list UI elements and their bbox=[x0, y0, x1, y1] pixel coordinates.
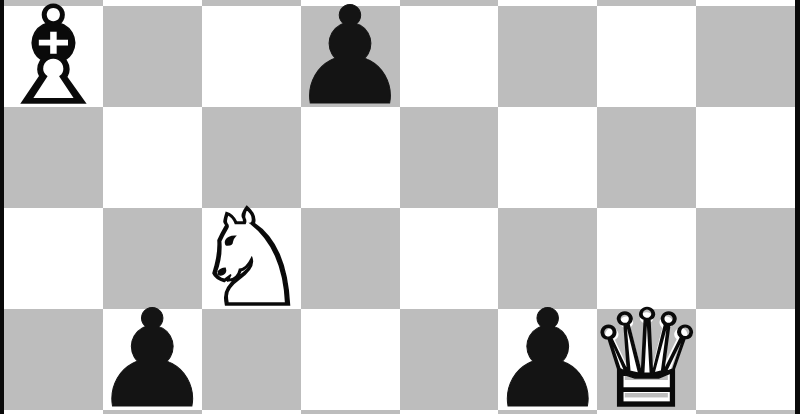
square-e2[interactable] bbox=[400, 410, 499, 414]
square-a2[interactable] bbox=[4, 410, 103, 414]
square-b2[interactable] bbox=[103, 410, 202, 414]
square-b3[interactable]: ♟ bbox=[103, 309, 202, 410]
black-pawn-piece: ♟ bbox=[103, 309, 202, 410]
board-grid: ♝♗♟♞♘♟♟♛♕ bbox=[4, 0, 795, 414]
white-bishop-outline: ♗ bbox=[4, 6, 103, 107]
square-h5[interactable] bbox=[696, 107, 795, 208]
square-c3[interactable] bbox=[202, 309, 301, 410]
black-pawn-glyph: ♟ bbox=[103, 309, 202, 410]
chessboard-crop-viewport: ♝♗♟♞♘♟♟♛♕ bbox=[0, 0, 800, 414]
black-pawn-piece: ♟ bbox=[498, 309, 597, 410]
square-c6[interactable] bbox=[202, 6, 301, 107]
square-e6[interactable] bbox=[400, 6, 499, 107]
square-f3[interactable]: ♟ bbox=[498, 309, 597, 410]
board-border-left bbox=[0, 0, 4, 414]
square-d6[interactable]: ♟ bbox=[301, 6, 400, 107]
square-g6[interactable] bbox=[597, 6, 696, 107]
square-g3[interactable]: ♛♕ bbox=[597, 309, 696, 410]
square-g2[interactable] bbox=[597, 410, 696, 414]
black-pawn-piece: ♟ bbox=[301, 6, 400, 107]
white-queen-piece: ♛♕ bbox=[597, 309, 696, 410]
square-e4[interactable] bbox=[400, 208, 499, 309]
square-a4[interactable] bbox=[4, 208, 103, 309]
square-b5[interactable] bbox=[103, 107, 202, 208]
square-e3[interactable] bbox=[400, 309, 499, 410]
square-e5[interactable] bbox=[400, 107, 499, 208]
white-knight-piece: ♞♘ bbox=[202, 208, 301, 309]
square-h2[interactable] bbox=[696, 410, 795, 414]
square-d3[interactable] bbox=[301, 309, 400, 410]
square-b6[interactable] bbox=[103, 6, 202, 107]
square-f5[interactable] bbox=[498, 107, 597, 208]
black-pawn-glyph: ♟ bbox=[498, 309, 597, 410]
square-a5[interactable] bbox=[4, 107, 103, 208]
square-d2[interactable] bbox=[301, 410, 400, 414]
black-pawn-glyph: ♟ bbox=[301, 6, 400, 107]
white-queen-outline: ♕ bbox=[597, 309, 696, 410]
board-border-right bbox=[795, 0, 800, 414]
square-a6[interactable]: ♝♗ bbox=[4, 6, 103, 107]
square-h3[interactable] bbox=[696, 309, 795, 410]
square-h6[interactable] bbox=[696, 6, 795, 107]
square-d5[interactable] bbox=[301, 107, 400, 208]
square-a3[interactable] bbox=[4, 309, 103, 410]
square-d4[interactable] bbox=[301, 208, 400, 309]
square-f2[interactable] bbox=[498, 410, 597, 414]
square-g5[interactable] bbox=[597, 107, 696, 208]
square-c2[interactable] bbox=[202, 410, 301, 414]
square-f6[interactable] bbox=[498, 6, 597, 107]
white-knight-outline: ♘ bbox=[202, 208, 301, 309]
square-c4[interactable]: ♞♘ bbox=[202, 208, 301, 309]
white-bishop-piece: ♝♗ bbox=[4, 6, 103, 107]
square-h4[interactable] bbox=[696, 208, 795, 309]
